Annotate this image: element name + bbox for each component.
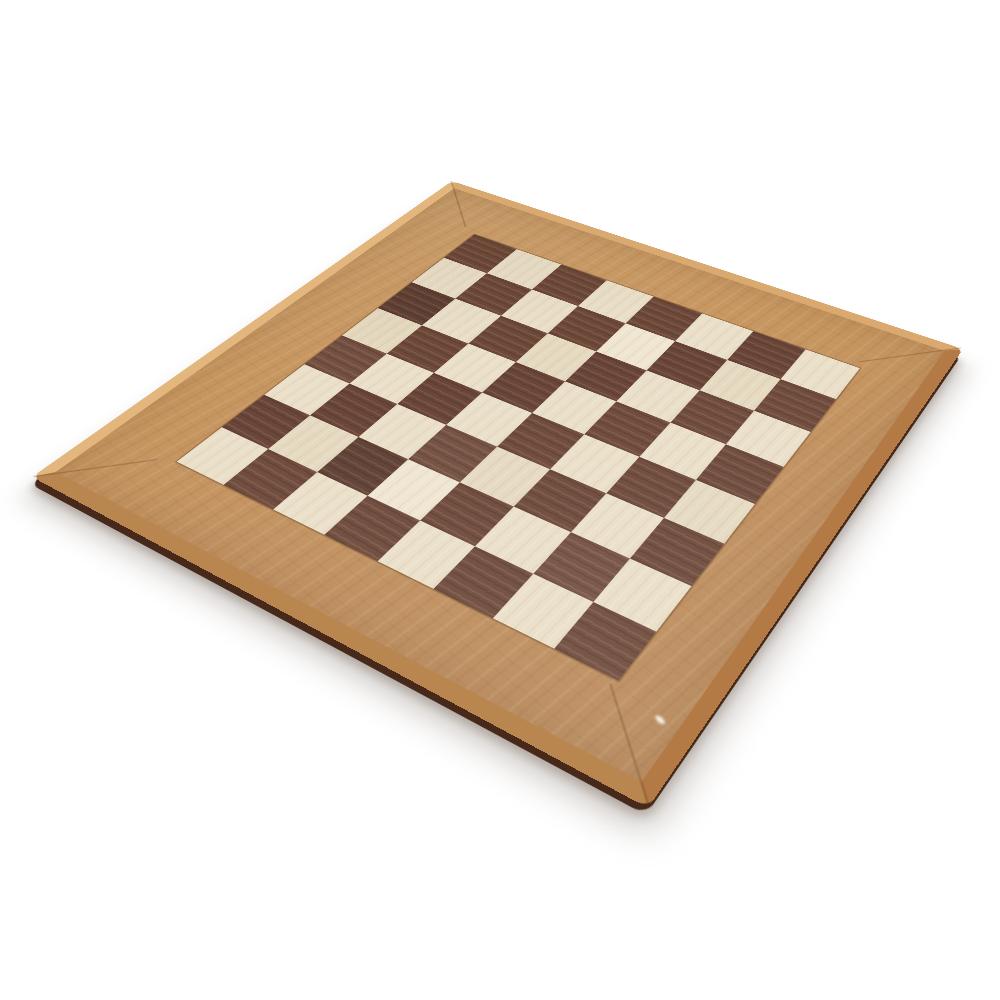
frame-miter-joint-near [609,683,649,805]
frame-miter-joint-left [33,459,157,477]
reflection-speck [654,714,667,725]
product-photo-canvas [0,0,1000,1000]
frame-miter-joint-far [451,181,467,227]
frame-miter-joint-right [858,347,961,362]
chess-board [32,181,963,808]
